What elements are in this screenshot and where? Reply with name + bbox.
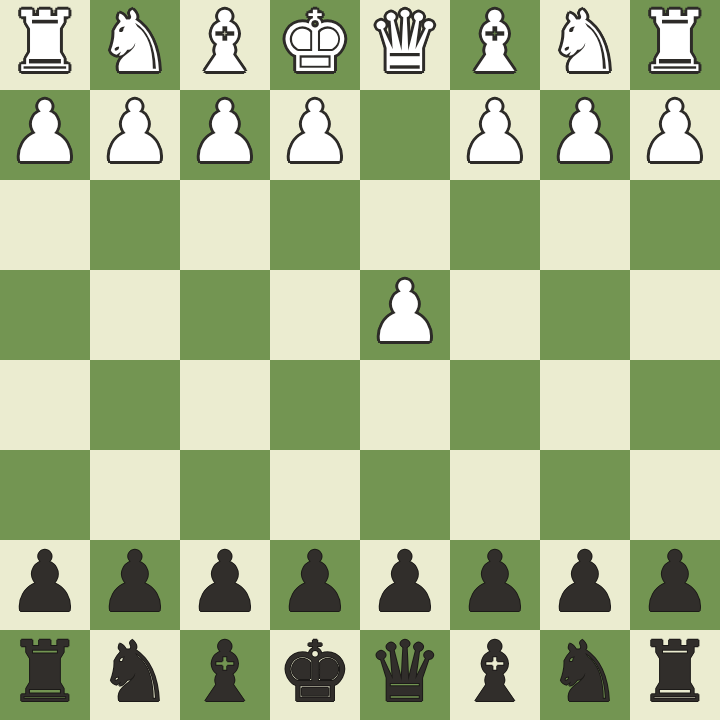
square-a1[interactable]: ♜ — [630, 0, 720, 90]
black-pawn-piece[interactable]: ♟ — [97, 537, 172, 627]
square-b7[interactable]: ♟ — [540, 540, 630, 630]
white-knight-piece[interactable]: ♞ — [547, 0, 622, 87]
square-f3[interactable] — [180, 180, 270, 270]
white-pawn-piece[interactable]: ♟ — [97, 87, 172, 177]
black-bishop-piece[interactable]: ♝ — [457, 627, 532, 717]
white-king-piece[interactable]: ♚ — [277, 0, 352, 87]
white-pawn-piece[interactable]: ♟ — [367, 267, 442, 357]
black-queen-piece[interactable]: ♛ — [367, 627, 442, 717]
square-h1[interactable]: ♜ — [0, 0, 90, 90]
square-e6[interactable] — [270, 450, 360, 540]
square-a3[interactable] — [630, 180, 720, 270]
square-h4[interactable] — [0, 270, 90, 360]
square-g7[interactable]: ♟ — [90, 540, 180, 630]
white-rook-piece[interactable]: ♜ — [637, 0, 712, 87]
square-h2[interactable]: ♟ — [0, 90, 90, 180]
black-pawn-piece[interactable]: ♟ — [637, 537, 712, 627]
square-a7[interactable]: ♟ — [630, 540, 720, 630]
square-f6[interactable] — [180, 450, 270, 540]
square-e1[interactable]: ♚ — [270, 0, 360, 90]
white-pawn-piece[interactable]: ♟ — [637, 87, 712, 177]
square-b4[interactable] — [540, 270, 630, 360]
black-pawn-piece[interactable]: ♟ — [367, 537, 442, 627]
square-b1[interactable]: ♞ — [540, 0, 630, 90]
square-h7[interactable]: ♟ — [0, 540, 90, 630]
black-pawn-piece[interactable]: ♟ — [547, 537, 622, 627]
square-e5[interactable] — [270, 360, 360, 450]
chess-board: ♜♞♝♚♛♝♞♜♟♟♟♟♟♟♟♟♟♟♟♟♟♟♟♟♜♞♝♚♛♝♞♜ — [0, 0, 720, 720]
square-f7[interactable]: ♟ — [180, 540, 270, 630]
square-h8[interactable]: ♜ — [0, 630, 90, 720]
square-d5[interactable] — [360, 360, 450, 450]
square-g3[interactable] — [90, 180, 180, 270]
white-bishop-piece[interactable]: ♝ — [457, 0, 532, 87]
square-c8[interactable]: ♝ — [450, 630, 540, 720]
white-pawn-piece[interactable]: ♟ — [547, 87, 622, 177]
square-e3[interactable] — [270, 180, 360, 270]
square-c5[interactable] — [450, 360, 540, 450]
black-rook-piece[interactable]: ♜ — [637, 627, 712, 717]
square-g8[interactable]: ♞ — [90, 630, 180, 720]
square-a4[interactable] — [630, 270, 720, 360]
black-pawn-piece[interactable]: ♟ — [7, 537, 82, 627]
white-knight-piece[interactable]: ♞ — [97, 0, 172, 87]
square-d7[interactable]: ♟ — [360, 540, 450, 630]
square-a8[interactable]: ♜ — [630, 630, 720, 720]
square-e7[interactable]: ♟ — [270, 540, 360, 630]
square-f8[interactable]: ♝ — [180, 630, 270, 720]
white-pawn-piece[interactable]: ♟ — [457, 87, 532, 177]
white-rook-piece[interactable]: ♜ — [7, 0, 82, 87]
black-knight-piece[interactable]: ♞ — [97, 627, 172, 717]
square-c7[interactable]: ♟ — [450, 540, 540, 630]
square-c6[interactable] — [450, 450, 540, 540]
square-h6[interactable] — [0, 450, 90, 540]
square-g1[interactable]: ♞ — [90, 0, 180, 90]
square-e8[interactable]: ♚ — [270, 630, 360, 720]
square-d1[interactable]: ♛ — [360, 0, 450, 90]
square-g4[interactable] — [90, 270, 180, 360]
square-d2[interactable] — [360, 90, 450, 180]
black-rook-piece[interactable]: ♜ — [7, 627, 82, 717]
square-e2[interactable]: ♟ — [270, 90, 360, 180]
square-g5[interactable] — [90, 360, 180, 450]
square-f2[interactable]: ♟ — [180, 90, 270, 180]
square-b3[interactable] — [540, 180, 630, 270]
square-c3[interactable] — [450, 180, 540, 270]
black-bishop-piece[interactable]: ♝ — [187, 627, 262, 717]
square-d4[interactable]: ♟ — [360, 270, 450, 360]
white-pawn-piece[interactable]: ♟ — [277, 87, 352, 177]
square-d8[interactable]: ♛ — [360, 630, 450, 720]
square-b8[interactable]: ♞ — [540, 630, 630, 720]
square-a6[interactable] — [630, 450, 720, 540]
square-d3[interactable] — [360, 180, 450, 270]
square-b2[interactable]: ♟ — [540, 90, 630, 180]
white-queen-piece[interactable]: ♛ — [367, 0, 442, 87]
white-bishop-piece[interactable]: ♝ — [187, 0, 262, 87]
black-pawn-piece[interactable]: ♟ — [187, 537, 262, 627]
square-b5[interactable] — [540, 360, 630, 450]
square-a2[interactable]: ♟ — [630, 90, 720, 180]
square-g2[interactable]: ♟ — [90, 90, 180, 180]
white-pawn-piece[interactable]: ♟ — [7, 87, 82, 177]
square-c2[interactable]: ♟ — [450, 90, 540, 180]
square-c4[interactable] — [450, 270, 540, 360]
square-f5[interactable] — [180, 360, 270, 450]
square-h3[interactable] — [0, 180, 90, 270]
square-d6[interactable] — [360, 450, 450, 540]
black-king-piece[interactable]: ♚ — [277, 627, 352, 717]
square-c1[interactable]: ♝ — [450, 0, 540, 90]
square-g6[interactable] — [90, 450, 180, 540]
square-a5[interactable] — [630, 360, 720, 450]
square-e4[interactable] — [270, 270, 360, 360]
square-h5[interactable] — [0, 360, 90, 450]
white-pawn-piece[interactable]: ♟ — [187, 87, 262, 177]
square-f4[interactable] — [180, 270, 270, 360]
black-pawn-piece[interactable]: ♟ — [277, 537, 352, 627]
square-f1[interactable]: ♝ — [180, 0, 270, 90]
square-b6[interactable] — [540, 450, 630, 540]
black-pawn-piece[interactable]: ♟ — [457, 537, 532, 627]
black-knight-piece[interactable]: ♞ — [547, 627, 622, 717]
